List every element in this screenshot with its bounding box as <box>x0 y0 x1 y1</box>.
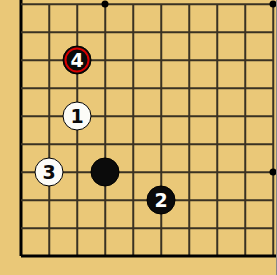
point-B8[interactable] <box>35 46 63 74</box>
stone-black-c8-last-move[interactable]: 4 <box>63 46 92 75</box>
point-K10[interactable] <box>259 0 276 18</box>
point-H10[interactable] <box>203 0 231 18</box>
point-D3[interactable] <box>91 186 119 214</box>
point-H5[interactable] <box>203 130 231 158</box>
point-H7[interactable] <box>203 74 231 102</box>
point-D1[interactable] <box>91 242 119 270</box>
point-C5[interactable] <box>63 130 91 158</box>
point-J4[interactable] <box>231 158 259 186</box>
point-G3[interactable] <box>175 186 203 214</box>
point-J6[interactable] <box>231 102 259 130</box>
point-H6[interactable] <box>203 102 231 130</box>
point-K6[interactable] <box>259 102 276 130</box>
point-G1[interactable] <box>175 242 203 270</box>
point-G6[interactable] <box>175 102 203 130</box>
point-J1[interactable] <box>231 242 259 270</box>
point-H1[interactable] <box>203 242 231 270</box>
point-E6[interactable] <box>119 102 147 130</box>
point-B1[interactable] <box>35 242 63 270</box>
point-D7[interactable] <box>91 74 119 102</box>
point-F8[interactable] <box>147 46 175 74</box>
point-K1[interactable] <box>259 242 276 270</box>
point-K2[interactable] <box>259 214 276 242</box>
point-J10[interactable] <box>231 0 259 18</box>
stone-number-label: 3 <box>42 163 55 182</box>
point-J2[interactable] <box>231 214 259 242</box>
point-D5[interactable] <box>91 130 119 158</box>
point-C6[interactable]: 1 <box>63 102 91 130</box>
point-C2[interactable] <box>63 214 91 242</box>
point-A4[interactable] <box>7 158 35 186</box>
point-K5[interactable] <box>259 130 276 158</box>
point-K8[interactable] <box>259 46 276 74</box>
point-A2[interactable] <box>7 214 35 242</box>
stone-number-label: 4 <box>70 51 83 70</box>
point-F6[interactable] <box>147 102 175 130</box>
point-A6[interactable] <box>7 102 35 130</box>
point-A7[interactable] <box>7 74 35 102</box>
point-G5[interactable] <box>175 130 203 158</box>
point-B3[interactable] <box>35 186 63 214</box>
go-board-grid: 4132 <box>7 0 276 270</box>
hoshi-dot <box>102 1 109 8</box>
point-E9[interactable] <box>119 18 147 46</box>
point-G4[interactable] <box>175 158 203 186</box>
point-F7[interactable] <box>147 74 175 102</box>
point-G7[interactable] <box>175 74 203 102</box>
point-B9[interactable] <box>35 18 63 46</box>
point-B4[interactable]: 3 <box>35 158 63 186</box>
point-B6[interactable] <box>35 102 63 130</box>
stone-black-f3[interactable]: 2 <box>147 186 176 215</box>
point-D10[interactable] <box>91 0 119 18</box>
point-D6[interactable] <box>91 102 119 130</box>
point-H2[interactable] <box>203 214 231 242</box>
point-A1[interactable] <box>7 242 35 270</box>
point-J5[interactable] <box>231 130 259 158</box>
point-J7[interactable] <box>231 74 259 102</box>
point-E2[interactable] <box>119 214 147 242</box>
hoshi-dot <box>270 1 277 8</box>
point-G2[interactable] <box>175 214 203 242</box>
point-H4[interactable] <box>203 158 231 186</box>
point-C3[interactable] <box>63 186 91 214</box>
point-G10[interactable] <box>175 0 203 18</box>
point-H3[interactable] <box>203 186 231 214</box>
point-B10[interactable] <box>35 0 63 18</box>
point-E3[interactable] <box>119 186 147 214</box>
point-F5[interactable] <box>147 130 175 158</box>
point-J8[interactable] <box>231 46 259 74</box>
point-E1[interactable] <box>119 242 147 270</box>
point-C7[interactable] <box>63 74 91 102</box>
point-B7[interactable] <box>35 74 63 102</box>
point-G9[interactable] <box>175 18 203 46</box>
point-K4[interactable] <box>259 158 276 186</box>
go-diagram: 4132 <box>0 0 276 275</box>
point-E10[interactable] <box>119 0 147 18</box>
point-F4[interactable] <box>147 158 175 186</box>
point-G8[interactable] <box>175 46 203 74</box>
point-D9[interactable] <box>91 18 119 46</box>
point-E8[interactable] <box>119 46 147 74</box>
point-E7[interactable] <box>119 74 147 102</box>
point-D8[interactable] <box>91 46 119 74</box>
point-B2[interactable] <box>35 214 63 242</box>
point-E4[interactable] <box>119 158 147 186</box>
stone-white-b4[interactable]: 3 <box>35 158 64 187</box>
point-K7[interactable] <box>259 74 276 102</box>
point-D2[interactable] <box>91 214 119 242</box>
point-K3[interactable] <box>259 186 276 214</box>
point-E5[interactable] <box>119 130 147 158</box>
point-A5[interactable] <box>7 130 35 158</box>
point-C9[interactable] <box>63 18 91 46</box>
stone-number-label: 1 <box>70 107 83 126</box>
point-H8[interactable] <box>203 46 231 74</box>
point-F1[interactable] <box>147 242 175 270</box>
point-C4[interactable] <box>63 158 91 186</box>
stone-white-c6[interactable]: 1 <box>63 102 92 131</box>
point-A3[interactable] <box>7 186 35 214</box>
point-F2[interactable] <box>147 214 175 242</box>
point-C8[interactable]: 4 <box>63 46 91 74</box>
point-J3[interactable] <box>231 186 259 214</box>
point-J9[interactable] <box>231 18 259 46</box>
point-A9[interactable] <box>7 18 35 46</box>
point-B5[interactable] <box>35 130 63 158</box>
point-A8[interactable] <box>7 46 35 74</box>
hoshi-dot <box>270 169 277 176</box>
point-K9[interactable] <box>259 18 276 46</box>
point-F9[interactable] <box>147 18 175 46</box>
point-H9[interactable] <box>203 18 231 46</box>
stone-black-d4[interactable] <box>91 158 120 187</box>
point-C10[interactable] <box>63 0 91 18</box>
stone-number-label: 2 <box>154 191 167 210</box>
point-C1[interactable] <box>63 242 91 270</box>
point-F10[interactable] <box>147 0 175 18</box>
point-D4[interactable] <box>91 158 119 186</box>
point-A10[interactable] <box>7 0 35 18</box>
point-F3[interactable]: 2 <box>147 186 175 214</box>
